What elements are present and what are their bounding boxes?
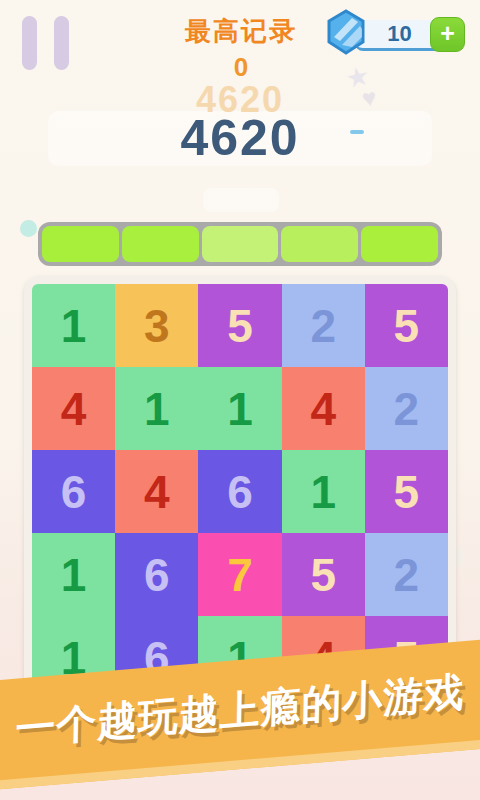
tile-r2c2[interactable]: 1 xyxy=(115,367,198,450)
tile-r1c3[interactable]: 5 xyxy=(198,284,281,367)
pause-button-bar-left[interactable] xyxy=(22,16,37,70)
progress-segment-3 xyxy=(202,226,279,262)
tile-r2c1[interactable]: 4 xyxy=(32,367,115,450)
tile-r3c2[interactable]: 4 xyxy=(115,450,198,533)
score-highlight-blob xyxy=(203,188,279,212)
tile-r4c2[interactable]: 6 xyxy=(115,533,198,616)
tile-r1c2[interactable]: 3 xyxy=(115,284,198,367)
tile-r1c1[interactable]: 1 xyxy=(32,284,115,367)
best-score-label: 最高记录 xyxy=(136,14,346,49)
current-score: 4620 xyxy=(0,109,480,167)
best-score-block: 最高记录 0 xyxy=(136,14,346,83)
tile-r3c4[interactable]: 1 xyxy=(282,450,365,533)
tile-r3c5[interactable]: 5 xyxy=(365,450,448,533)
score-dash-decoration xyxy=(350,130,364,134)
progress-segment-1 xyxy=(42,226,119,262)
progress-segment-4 xyxy=(281,226,358,262)
tile-r4c3[interactable]: 7 xyxy=(198,533,281,616)
tile-r4c4[interactable]: 5 xyxy=(282,533,365,616)
tile-r2c4[interactable]: 4 xyxy=(282,367,365,450)
tile-r3c3[interactable]: 6 xyxy=(198,450,281,533)
tile-r4c1[interactable]: 1 xyxy=(32,533,115,616)
progress-segment-2 xyxy=(122,226,199,262)
game-board: 1352541142646151675216145 xyxy=(24,276,456,706)
board-grid: 1352541142646151675216145 xyxy=(32,284,448,699)
pause-button-bar-right[interactable] xyxy=(54,16,69,70)
gem-count: 10 xyxy=(373,21,437,47)
progress-segment-5 xyxy=(361,226,438,262)
progress-bar xyxy=(38,222,442,266)
tile-r2c5[interactable]: 2 xyxy=(365,367,448,450)
tile-r4c5[interactable]: 2 xyxy=(365,533,448,616)
promo-banner-text: 一个越玩越上瘾的小游戏 xyxy=(14,664,465,757)
tile-r2c3[interactable]: 1 xyxy=(198,367,281,450)
tile-r1c4[interactable]: 2 xyxy=(282,284,365,367)
add-gems-button[interactable]: + xyxy=(430,17,465,52)
cyan-dot-decoration xyxy=(20,220,37,237)
tile-r1c5[interactable]: 5 xyxy=(365,284,448,367)
gem-icon xyxy=(326,9,366,55)
tile-r3c1[interactable]: 6 xyxy=(32,450,115,533)
